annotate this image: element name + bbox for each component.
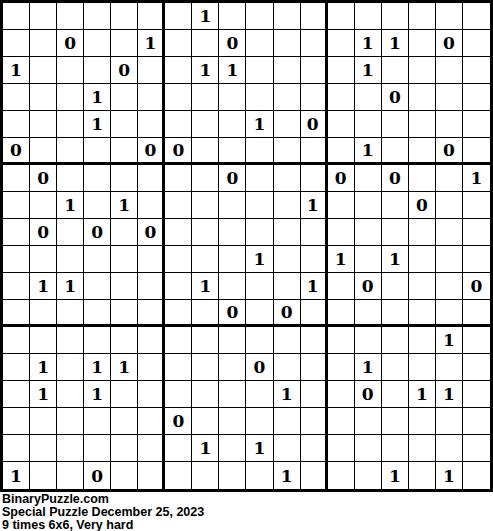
cell-r2c16[interactable] (409, 30, 436, 57)
cell-r7c17[interactable] (436, 165, 463, 192)
cell-r17c1[interactable] (3, 435, 30, 462)
cell-r11c8-given: 1 (192, 273, 219, 300)
cell-r11c7[interactable] (165, 273, 192, 300)
cell-r5c17[interactable] (436, 111, 463, 138)
cell-r14c11[interactable] (274, 354, 301, 381)
cell-r6c8[interactable] (192, 138, 219, 165)
cell-r13c12[interactable] (301, 327, 328, 354)
cell-r10c18[interactable] (463, 246, 490, 273)
cell-r11c9[interactable] (219, 273, 246, 300)
cell-r14c17[interactable] (436, 354, 463, 381)
cell-r4c2[interactable] (30, 84, 57, 111)
cell-r17c5[interactable] (111, 435, 138, 462)
cell-r14c7[interactable] (165, 354, 192, 381)
cell-r15c9[interactable] (219, 381, 246, 408)
cell-r13c11[interactable] (274, 327, 301, 354)
cell-r6c3[interactable] (57, 138, 84, 165)
cell-r8c16-given: 0 (409, 192, 436, 219)
cell-r7c7[interactable] (165, 165, 192, 192)
cell-r1c12[interactable] (301, 3, 328, 30)
cell-r7c2-given: 0 (30, 165, 57, 192)
cell-r10c11[interactable] (274, 246, 301, 273)
cell-r2c13[interactable] (328, 30, 355, 57)
cell-r1c11[interactable] (274, 3, 301, 30)
cell-r12c14[interactable] (355, 300, 382, 327)
cell-r4c13[interactable] (328, 84, 355, 111)
cell-r5c9[interactable] (219, 111, 246, 138)
cell-r12c17[interactable] (436, 300, 463, 327)
cell-r12c12[interactable] (301, 300, 328, 327)
cell-r4c1[interactable] (3, 84, 30, 111)
cell-r18c16[interactable] (409, 462, 436, 489)
cell-r16c8[interactable] (192, 408, 219, 435)
cell-r6c2[interactable] (30, 138, 57, 165)
cell-r16c10[interactable] (246, 408, 273, 435)
cell-r13c18[interactable] (463, 327, 490, 354)
cell-r15c7[interactable] (165, 381, 192, 408)
cell-r10c4[interactable] (84, 246, 111, 273)
cell-r10c13-given: 1 (328, 246, 355, 273)
cell-r12c9-given: 0 (219, 300, 246, 327)
cell-r9c18[interactable] (463, 219, 490, 246)
cell-r9c9[interactable] (219, 219, 246, 246)
cell-r3c4[interactable] (84, 57, 111, 84)
cell-r3c16[interactable] (409, 57, 436, 84)
cell-r1c6[interactable] (138, 3, 165, 30)
cell-r2c10[interactable] (246, 30, 273, 57)
cell-r7c8[interactable] (192, 165, 219, 192)
cell-r8c4[interactable] (84, 192, 111, 219)
cell-r1c9[interactable] (219, 3, 246, 30)
cell-r5c12-given: 0 (301, 111, 328, 138)
cell-r1c17[interactable] (436, 3, 463, 30)
cell-r15c14-given: 0 (355, 381, 382, 408)
cell-r10c7[interactable] (165, 246, 192, 273)
cell-r18c6[interactable] (138, 462, 165, 489)
cell-r6c18[interactable] (463, 138, 490, 165)
cell-r13c17-given: 1 (436, 327, 463, 354)
cell-r14c1[interactable] (3, 354, 30, 381)
cell-r9c6-given: 0 (138, 219, 165, 246)
cell-r6c1-given: 0 (3, 138, 30, 165)
cell-r9c7[interactable] (165, 219, 192, 246)
cell-r10c5[interactable] (111, 246, 138, 273)
cell-r3c10[interactable] (246, 57, 273, 84)
cell-r17c11[interactable] (274, 435, 301, 462)
cell-r17c15[interactable] (382, 435, 409, 462)
cell-r1c8-given: 1 (192, 3, 219, 30)
cell-r12c10[interactable] (246, 300, 273, 327)
cell-r4c7[interactable] (165, 84, 192, 111)
cell-r2c14-given: 1 (355, 30, 382, 57)
cell-r4c11[interactable] (274, 84, 301, 111)
cell-r4c14[interactable] (355, 84, 382, 111)
cell-r8c10[interactable] (246, 192, 273, 219)
cell-r17c4[interactable] (84, 435, 111, 462)
cell-r13c6[interactable] (138, 327, 165, 354)
cell-r14c16[interactable] (409, 354, 436, 381)
cell-r2c18[interactable] (463, 30, 490, 57)
cell-r9c16[interactable] (409, 219, 436, 246)
cell-r15c17-given: 1 (436, 381, 463, 408)
cell-r5c7[interactable] (165, 111, 192, 138)
cell-r17c17[interactable] (436, 435, 463, 462)
cell-r2c11[interactable] (274, 30, 301, 57)
cell-r4c10[interactable] (246, 84, 273, 111)
cell-r1c1[interactable] (3, 3, 30, 30)
cell-r18c2[interactable] (30, 462, 57, 489)
cell-r13c14[interactable] (355, 327, 382, 354)
cell-r2c12[interactable] (301, 30, 328, 57)
cell-r4c12[interactable] (301, 84, 328, 111)
cell-r14c9[interactable] (219, 354, 246, 381)
cell-r4c16[interactable] (409, 84, 436, 111)
cell-r14c18[interactable] (463, 354, 490, 381)
cell-r9c12[interactable] (301, 219, 328, 246)
cell-r13c5[interactable] (111, 327, 138, 354)
cell-r6c9[interactable] (219, 138, 246, 165)
cell-r4c4-given: 1 (84, 84, 111, 111)
cell-r14c13[interactable] (328, 354, 355, 381)
cell-r9c10[interactable] (246, 219, 273, 246)
cell-r6c7-given: 0 (165, 138, 192, 165)
cell-r9c17[interactable] (436, 219, 463, 246)
cell-r5c10-given: 1 (246, 111, 273, 138)
cell-r1c16[interactable] (409, 3, 436, 30)
cell-r11c11[interactable] (274, 273, 301, 300)
cell-r4c9[interactable] (219, 84, 246, 111)
cell-r11c10[interactable] (246, 273, 273, 300)
cell-r15c3[interactable] (57, 381, 84, 408)
cell-r2c8[interactable] (192, 30, 219, 57)
cell-r16c16[interactable] (409, 408, 436, 435)
cell-r11c14-given: 0 (355, 273, 382, 300)
cell-r9c11[interactable] (274, 219, 301, 246)
cell-r10c2[interactable] (30, 246, 57, 273)
cell-r1c5[interactable] (111, 3, 138, 30)
cell-r3c6[interactable] (138, 57, 165, 84)
cell-r11c15[interactable] (382, 273, 409, 300)
cell-r13c4[interactable] (84, 327, 111, 354)
cell-r7c18-given: 1 (463, 165, 490, 192)
cell-r8c1[interactable] (3, 192, 30, 219)
cell-r6c11[interactable] (274, 138, 301, 165)
cell-r4c3[interactable] (57, 84, 84, 111)
cell-r15c10[interactable] (246, 381, 273, 408)
cell-r8c3-given: 1 (57, 192, 84, 219)
cell-r13c16[interactable] (409, 327, 436, 354)
cell-r14c3[interactable] (57, 354, 84, 381)
cell-r5c13[interactable] (328, 111, 355, 138)
cell-r18c11-given: 1 (274, 462, 301, 489)
cell-r14c8[interactable] (192, 354, 219, 381)
cell-r7c11[interactable] (274, 165, 301, 192)
cell-r15c5[interactable] (111, 381, 138, 408)
cell-r8c2[interactable] (30, 192, 57, 219)
cell-r17c3[interactable] (57, 435, 84, 462)
cell-r7c6[interactable] (138, 165, 165, 192)
cell-r2c3-given: 0 (57, 30, 84, 57)
cell-r18c10[interactable] (246, 462, 273, 489)
cell-r13c15[interactable] (382, 327, 409, 354)
cell-r13c13[interactable] (328, 327, 355, 354)
cell-r1c15[interactable] (382, 3, 409, 30)
cell-r13c2[interactable] (30, 327, 57, 354)
cell-r17c16[interactable] (409, 435, 436, 462)
cell-r7c5[interactable] (111, 165, 138, 192)
cell-r5c1[interactable] (3, 111, 30, 138)
cell-r12c18[interactable] (463, 300, 490, 327)
cell-r12c15[interactable] (382, 300, 409, 327)
cell-r16c14[interactable] (355, 408, 382, 435)
cell-r12c13[interactable] (328, 300, 355, 327)
cell-r4c17[interactable] (436, 84, 463, 111)
cell-r2c9-given: 0 (219, 30, 246, 57)
cell-r6c15[interactable] (382, 138, 409, 165)
cell-r2c17-given: 0 (436, 30, 463, 57)
cell-r18c7[interactable] (165, 462, 192, 489)
cell-r15c1[interactable] (3, 381, 30, 408)
cell-r12c8[interactable] (192, 300, 219, 327)
cell-r14c10-given: 0 (246, 354, 273, 381)
cell-r3c7[interactable] (165, 57, 192, 84)
cell-r11c16[interactable] (409, 273, 436, 300)
cell-r10c1[interactable] (3, 246, 30, 273)
cell-r6c10[interactable] (246, 138, 273, 165)
cell-r16c4[interactable] (84, 408, 111, 435)
cell-r4c6[interactable] (138, 84, 165, 111)
cell-r9c1[interactable] (3, 219, 30, 246)
cell-r10c12[interactable] (301, 246, 328, 273)
cell-r15c6[interactable] (138, 381, 165, 408)
cell-r16c18[interactable] (463, 408, 490, 435)
cell-r16c3[interactable] (57, 408, 84, 435)
cell-r1c2[interactable] (30, 3, 57, 30)
cell-r2c7[interactable] (165, 30, 192, 57)
cell-r16c15[interactable] (382, 408, 409, 435)
cell-r8c7[interactable] (165, 192, 192, 219)
cell-r2c2[interactable] (30, 30, 57, 57)
cell-r10c15-given: 1 (382, 246, 409, 273)
cell-r5c5[interactable] (111, 111, 138, 138)
cell-r9c8[interactable] (192, 219, 219, 246)
cell-r5c16[interactable] (409, 111, 436, 138)
cell-r6c5[interactable] (111, 138, 138, 165)
cell-r3c9-given: 1 (219, 57, 246, 84)
cell-r10c16[interactable] (409, 246, 436, 273)
cell-r18c18[interactable] (463, 462, 490, 489)
cell-r5c15[interactable] (382, 111, 409, 138)
cell-r2c4[interactable] (84, 30, 111, 57)
cell-r16c2[interactable] (30, 408, 57, 435)
cell-r3c2[interactable] (30, 57, 57, 84)
cell-r7c4[interactable] (84, 165, 111, 192)
cell-r8c17[interactable] (436, 192, 463, 219)
cell-r12c1[interactable] (3, 300, 30, 327)
cell-r16c17[interactable] (436, 408, 463, 435)
cell-r17c14[interactable] (355, 435, 382, 462)
cell-r16c6[interactable] (138, 408, 165, 435)
cell-r15c8[interactable] (192, 381, 219, 408)
cell-r11c13[interactable] (328, 273, 355, 300)
cell-r5c3[interactable] (57, 111, 84, 138)
cell-r12c3[interactable] (57, 300, 84, 327)
cell-r7c3[interactable] (57, 165, 84, 192)
cell-r12c5[interactable] (111, 300, 138, 327)
cell-r11c17[interactable] (436, 273, 463, 300)
cell-r15c12[interactable] (301, 381, 328, 408)
cell-r1c3[interactable] (57, 3, 84, 30)
cell-r18c13[interactable] (328, 462, 355, 489)
cell-r10c17[interactable] (436, 246, 463, 273)
cell-r17c6[interactable] (138, 435, 165, 462)
cell-r10c10-given: 1 (246, 246, 273, 273)
cell-r11c5[interactable] (111, 273, 138, 300)
binary-puzzle-board: 1010110101111011000010000011110000111111… (0, 0, 493, 492)
cell-r8c14[interactable] (355, 192, 382, 219)
cell-r3c8-given: 1 (192, 57, 219, 84)
cell-r7c12[interactable] (301, 165, 328, 192)
cell-r13c3[interactable] (57, 327, 84, 354)
cell-r1c18[interactable] (463, 3, 490, 30)
cell-r18c15-given: 1 (382, 462, 409, 489)
cell-r11c1[interactable] (3, 273, 30, 300)
cell-r15c15[interactable] (382, 381, 409, 408)
cell-r14c6[interactable] (138, 354, 165, 381)
cell-r13c9[interactable] (219, 327, 246, 354)
cell-r13c1[interactable] (3, 327, 30, 354)
cell-r8c13[interactable] (328, 192, 355, 219)
cell-r11c6[interactable] (138, 273, 165, 300)
cell-r4c18[interactable] (463, 84, 490, 111)
cell-r17c7[interactable] (165, 435, 192, 462)
cell-r12c4[interactable] (84, 300, 111, 327)
cell-r10c9[interactable] (219, 246, 246, 273)
cell-r3c18[interactable] (463, 57, 490, 84)
cell-r11c4[interactable] (84, 273, 111, 300)
cell-r3c12[interactable] (301, 57, 328, 84)
cell-r3c11[interactable] (274, 57, 301, 84)
cell-r17c13[interactable] (328, 435, 355, 462)
cell-r6c16[interactable] (409, 138, 436, 165)
cell-r14c15[interactable] (382, 354, 409, 381)
cell-r1c4[interactable] (84, 3, 111, 30)
cell-r18c12[interactable] (301, 462, 328, 489)
cell-r18c17-given: 1 (436, 462, 463, 489)
cell-r6c13[interactable] (328, 138, 355, 165)
cell-r12c11-given: 0 (274, 300, 301, 327)
cell-r18c9[interactable] (219, 462, 246, 489)
cell-r5c18[interactable] (463, 111, 490, 138)
cell-r18c5[interactable] (111, 462, 138, 489)
cell-r9c4-given: 0 (84, 219, 111, 246)
cell-r17c18[interactable] (463, 435, 490, 462)
cell-r6c4[interactable] (84, 138, 111, 165)
cell-r9c3[interactable] (57, 219, 84, 246)
cell-r9c5[interactable] (111, 219, 138, 246)
cell-r8c9[interactable] (219, 192, 246, 219)
cell-r16c9[interactable] (219, 408, 246, 435)
cell-r13c10[interactable] (246, 327, 273, 354)
cell-r7c10[interactable] (246, 165, 273, 192)
cell-r9c13[interactable] (328, 219, 355, 246)
cell-r7c14[interactable] (355, 165, 382, 192)
cell-r17c8-given: 1 (192, 435, 219, 462)
cell-r8c11[interactable] (274, 192, 301, 219)
cell-r8c15[interactable] (382, 192, 409, 219)
cell-r2c5[interactable] (111, 30, 138, 57)
cell-r12c2[interactable] (30, 300, 57, 327)
cell-r3c17[interactable] (436, 57, 463, 84)
cell-r6c12[interactable] (301, 138, 328, 165)
cell-r18c14[interactable] (355, 462, 382, 489)
cell-r13c8[interactable] (192, 327, 219, 354)
cell-r18c3[interactable] (57, 462, 84, 489)
cell-r7c16[interactable] (409, 165, 436, 192)
cell-r1c14[interactable] (355, 3, 382, 30)
cell-r13c7[interactable] (165, 327, 192, 354)
cell-r14c12[interactable] (301, 354, 328, 381)
cell-r16c13[interactable] (328, 408, 355, 435)
cell-r1c7[interactable] (165, 3, 192, 30)
cell-r15c2-given: 1 (30, 381, 57, 408)
cell-r3c13[interactable] (328, 57, 355, 84)
cell-r9c14[interactable] (355, 219, 382, 246)
cell-r4c5[interactable] (111, 84, 138, 111)
cell-r9c15[interactable] (382, 219, 409, 246)
cell-r17c12[interactable] (301, 435, 328, 462)
cell-r10c8[interactable] (192, 246, 219, 273)
cell-r5c6[interactable] (138, 111, 165, 138)
cell-r2c15-given: 1 (382, 30, 409, 57)
cell-r12c7[interactable] (165, 300, 192, 327)
cell-r10c6[interactable] (138, 246, 165, 273)
cell-r4c15-given: 0 (382, 84, 409, 111)
cell-r8c8[interactable] (192, 192, 219, 219)
cell-r5c11[interactable] (274, 111, 301, 138)
cell-r10c3[interactable] (57, 246, 84, 273)
cell-r3c14-given: 1 (355, 57, 382, 84)
cell-r17c2[interactable] (30, 435, 57, 462)
cell-r14c2-given: 1 (30, 354, 57, 381)
cell-r16c1[interactable] (3, 408, 30, 435)
cell-r15c18[interactable] (463, 381, 490, 408)
cell-r16c11[interactable] (274, 408, 301, 435)
cell-r4c8[interactable] (192, 84, 219, 111)
cell-r5c2[interactable] (30, 111, 57, 138)
cell-r3c15[interactable] (382, 57, 409, 84)
cell-r5c8[interactable] (192, 111, 219, 138)
cell-r12c16[interactable] (409, 300, 436, 327)
cell-r8c18[interactable] (463, 192, 490, 219)
cell-r18c8[interactable] (192, 462, 219, 489)
cell-r2c1[interactable] (3, 30, 30, 57)
cell-r1c13[interactable] (328, 3, 355, 30)
cell-r8c6[interactable] (138, 192, 165, 219)
cell-r10c14[interactable] (355, 246, 382, 273)
cell-r17c9[interactable] (219, 435, 246, 462)
cell-r16c5[interactable] (111, 408, 138, 435)
cell-r1c10[interactable] (246, 3, 273, 30)
cell-r12c6[interactable] (138, 300, 165, 327)
cell-r7c13-given: 0 (328, 165, 355, 192)
cell-r16c12[interactable] (301, 408, 328, 435)
cell-r5c14[interactable] (355, 111, 382, 138)
cell-r15c13[interactable] (328, 381, 355, 408)
cell-r7c15-given: 0 (382, 165, 409, 192)
cell-r7c1[interactable] (3, 165, 30, 192)
cell-r3c3[interactable] (57, 57, 84, 84)
